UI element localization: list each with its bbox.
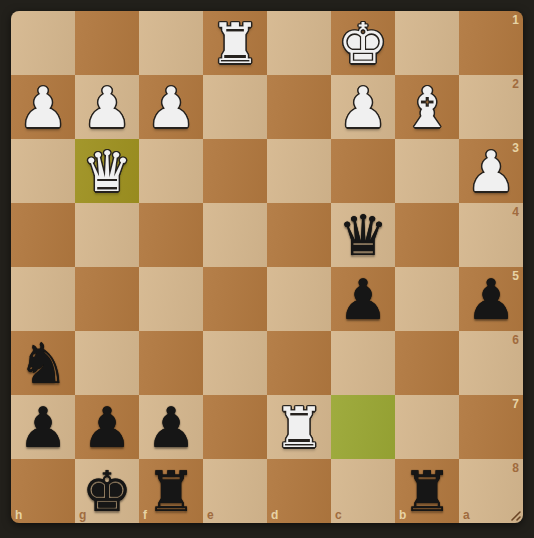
resize-grip-icon — [507, 507, 521, 521]
chess-board: ♜♚1♟♟♟♟♝2♛3♟♛4♟5♟♞6♟♟♟♜7hg♚f♜edcb♜8a — [11, 11, 523, 523]
black-king[interactable]: ♚ — [75, 460, 139, 523]
rank-label-4: 4 — [512, 205, 519, 219]
rank-label-1: 1 — [512, 13, 519, 27]
square-f1[interactable] — [139, 11, 203, 75]
square-e6[interactable] — [203, 331, 267, 395]
square-f3[interactable] — [139, 139, 203, 203]
white-pawn[interactable]: ♟ — [11, 76, 75, 140]
square-b2[interactable]: ♝ — [395, 75, 459, 139]
black-pawn[interactable]: ♟ — [11, 396, 75, 460]
square-f2[interactable]: ♟ — [139, 75, 203, 139]
square-c7[interactable] — [331, 395, 395, 459]
white-queen[interactable]: ♛ — [75, 140, 139, 204]
square-g6[interactable] — [75, 331, 139, 395]
square-f4[interactable] — [139, 203, 203, 267]
white-rook[interactable]: ♜ — [203, 12, 267, 76]
square-h1[interactable] — [11, 11, 75, 75]
square-e2[interactable] — [203, 75, 267, 139]
square-e8[interactable]: e — [203, 459, 267, 523]
white-pawn[interactable]: ♟ — [331, 76, 395, 140]
square-a7[interactable]: 7 — [459, 395, 523, 459]
black-pawn[interactable]: ♟ — [139, 396, 203, 460]
square-g5[interactable] — [75, 267, 139, 331]
page-background: ♜♚1♟♟♟♟♝2♛3♟♛4♟5♟♞6♟♟♟♜7hg♚f♜edcb♜8a — [0, 0, 534, 538]
square-d8[interactable]: d — [267, 459, 331, 523]
square-a6[interactable]: 6 — [459, 331, 523, 395]
square-a2[interactable]: 2 — [459, 75, 523, 139]
square-d6[interactable] — [267, 331, 331, 395]
black-pawn[interactable]: ♟ — [459, 268, 523, 332]
square-b1[interactable] — [395, 11, 459, 75]
square-a3[interactable]: 3♟ — [459, 139, 523, 203]
square-d5[interactable] — [267, 267, 331, 331]
square-g4[interactable] — [75, 203, 139, 267]
white-rook[interactable]: ♜ — [267, 396, 331, 460]
square-h2[interactable]: ♟ — [11, 75, 75, 139]
square-f8[interactable]: f♜ — [139, 459, 203, 523]
square-b3[interactable] — [395, 139, 459, 203]
rank-label-7: 7 — [512, 397, 519, 411]
square-g2[interactable]: ♟ — [75, 75, 139, 139]
white-pawn[interactable]: ♟ — [139, 76, 203, 140]
white-pawn[interactable]: ♟ — [75, 76, 139, 140]
square-h5[interactable] — [11, 267, 75, 331]
square-c3[interactable] — [331, 139, 395, 203]
black-pawn[interactable]: ♟ — [75, 396, 139, 460]
square-b6[interactable] — [395, 331, 459, 395]
black-queen[interactable]: ♛ — [331, 204, 395, 268]
square-e3[interactable] — [203, 139, 267, 203]
black-rook[interactable]: ♜ — [395, 460, 459, 523]
file-label-h: h — [15, 508, 22, 522]
square-h3[interactable] — [11, 139, 75, 203]
square-g8[interactable]: g♚ — [75, 459, 139, 523]
square-g1[interactable] — [75, 11, 139, 75]
square-c5[interactable]: ♟ — [331, 267, 395, 331]
rank-label-6: 6 — [512, 333, 519, 347]
square-e5[interactable] — [203, 267, 267, 331]
square-b4[interactable] — [395, 203, 459, 267]
square-e4[interactable] — [203, 203, 267, 267]
square-h4[interactable] — [11, 203, 75, 267]
black-rook[interactable]: ♜ — [139, 460, 203, 523]
square-c2[interactable]: ♟ — [331, 75, 395, 139]
square-a5[interactable]: 5♟ — [459, 267, 523, 331]
square-f7[interactable]: ♟ — [139, 395, 203, 459]
white-king[interactable]: ♚ — [331, 12, 395, 76]
square-c8[interactable]: c — [331, 459, 395, 523]
square-d7[interactable]: ♜ — [267, 395, 331, 459]
black-pawn[interactable]: ♟ — [331, 268, 395, 332]
square-e1[interactable]: ♜ — [203, 11, 267, 75]
file-label-d: d — [271, 508, 278, 522]
square-h6[interactable]: ♞ — [11, 331, 75, 395]
square-b5[interactable] — [395, 267, 459, 331]
square-a4[interactable]: 4 — [459, 203, 523, 267]
file-label-e: e — [207, 508, 214, 522]
square-c1[interactable]: ♚ — [331, 11, 395, 75]
square-d3[interactable] — [267, 139, 331, 203]
square-h7[interactable]: ♟ — [11, 395, 75, 459]
square-d2[interactable] — [267, 75, 331, 139]
square-e7[interactable] — [203, 395, 267, 459]
square-c4[interactable]: ♛ — [331, 203, 395, 267]
square-f6[interactable] — [139, 331, 203, 395]
rank-label-8: 8 — [512, 461, 519, 475]
square-f5[interactable] — [139, 267, 203, 331]
file-label-c: c — [335, 508, 342, 522]
white-bishop[interactable]: ♝ — [395, 76, 459, 140]
black-knight[interactable]: ♞ — [11, 332, 75, 396]
resize-handle[interactable] — [507, 507, 521, 521]
square-b8[interactable]: b♜ — [395, 459, 459, 523]
file-label-a: a — [463, 508, 470, 522]
square-c6[interactable] — [331, 331, 395, 395]
white-pawn[interactable]: ♟ — [459, 140, 523, 204]
square-d1[interactable] — [267, 11, 331, 75]
square-g3[interactable]: ♛ — [75, 139, 139, 203]
square-b7[interactable] — [395, 395, 459, 459]
square-a1[interactable]: 1 — [459, 11, 523, 75]
square-g7[interactable]: ♟ — [75, 395, 139, 459]
square-d4[interactable] — [267, 203, 331, 267]
rank-label-2: 2 — [512, 77, 519, 91]
square-h8[interactable]: h — [11, 459, 75, 523]
